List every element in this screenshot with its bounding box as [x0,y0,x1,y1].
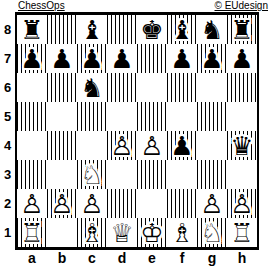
square-b8 [47,15,77,44]
eudesign-credit-link[interactable]: © EUdesign [214,0,268,11]
square-h3 [227,160,257,189]
square-f2 [167,189,197,218]
piece-black-pawn: ♟ [227,44,257,73]
square-c4 [77,131,107,160]
square-c5 [77,102,107,131]
square-f8: ♝ [167,15,197,44]
piece-white-pawn-fill: ♟ [17,189,47,218]
rank-label-8: 8 [0,15,15,44]
square-d6 [107,73,137,102]
piece-white-rook-fill: ♜ [227,218,257,247]
square-c6: ♞ [77,73,107,102]
square-d7: ♟ [107,44,137,73]
piece-black-pawn: ♟ [107,44,137,73]
square-e5 [137,102,167,131]
piece-white-pawn: ♙ [77,189,107,218]
piece-white-pawn-fill: ♟ [77,189,107,218]
piece-black-queen: ♛ [227,131,257,160]
square-g4 [197,131,227,160]
piece-white-rook: ♖ [17,218,47,247]
square-h5 [227,102,257,131]
piece-black-pawn: ♟ [17,44,47,73]
square-c1: ♝♗ [77,218,107,247]
piece-white-rook-fill: ♜ [17,218,47,247]
piece-black-rook: ♜ [227,15,257,44]
piece-white-pawn: ♙ [17,189,47,218]
rank-label-4: 4 [0,131,15,160]
square-c2: ♟♙ [77,189,107,218]
square-a8: ♜ [17,15,47,44]
square-e2 [137,189,167,218]
square-b3 [47,160,77,189]
square-a2: ♟♙ [17,189,47,218]
square-b7: ♟ [47,44,77,73]
rank-label-2: 2 [0,189,15,218]
square-f3 [167,160,197,189]
piece-black-pawn: ♟ [47,44,77,73]
piece-white-queen-fill: ♛ [107,218,137,247]
square-a6 [17,73,47,102]
square-d4: ♟♙ [107,131,137,160]
square-g6 [197,73,227,102]
square-d2 [107,189,137,218]
square-h7: ♟ [227,44,257,73]
square-d3 [107,160,137,189]
piece-white-bishop-fill: ♝ [77,218,107,247]
file-labels: abcdefgh [17,250,270,266]
piece-black-king: ♚ [137,15,167,44]
square-g1: ♞♘ [197,218,227,247]
square-h1: ♜♖ [227,218,257,247]
square-e7 [137,44,167,73]
square-a4 [17,131,47,160]
piece-black-pawn: ♟ [77,44,107,73]
square-d8 [107,15,137,44]
file-label-d: d [107,250,137,266]
piece-white-knight-fill: ♞ [77,160,107,189]
rank-labels: 87654321 [0,15,15,247]
piece-white-pawn: ♙ [227,189,257,218]
piece-white-pawn-fill: ♟ [137,131,167,160]
piece-white-pawn-fill: ♟ [47,189,77,218]
square-c8: ♝ [77,15,107,44]
square-b2: ♟♙ [47,189,77,218]
square-g2: ♟♙ [197,189,227,218]
piece-black-pawn: ♟ [197,44,227,73]
rank-label-5: 5 [0,102,15,131]
square-f1: ♝♗ [167,218,197,247]
chessops-link[interactable]: ChessOps [18,0,65,11]
square-d1: ♛♕ [107,218,137,247]
file-label-g: g [197,250,227,266]
square-e8: ♚ [137,15,167,44]
square-d5 [107,102,137,131]
piece-white-pawn: ♙ [197,189,227,218]
square-h4: ♛ [227,131,257,160]
square-h8: ♜ [227,15,257,44]
piece-white-king-fill: ♚ [137,218,167,247]
header: ChessOps © EUdesign [0,0,270,12]
square-f5 [167,102,197,131]
square-e4: ♟♙ [137,131,167,160]
rank-label-3: 3 [0,160,15,189]
square-a5 [17,102,47,131]
square-a1: ♜♖ [17,218,47,247]
square-h6 [227,73,257,102]
piece-white-pawn-fill: ♟ [107,131,137,160]
square-f4: ♟ [167,131,197,160]
piece-white-pawn-fill: ♟ [227,189,257,218]
piece-white-king: ♔ [137,218,167,247]
rank-label-1: 1 [0,218,15,247]
piece-black-pawn: ♟ [167,131,197,160]
file-label-f: f [167,250,197,266]
file-label-b: b [47,250,77,266]
file-label-a: a [17,250,47,266]
piece-white-pawn: ♙ [107,131,137,160]
rank-label-7: 7 [0,44,15,73]
square-b6 [47,73,77,102]
piece-white-queen: ♕ [107,218,137,247]
square-b1 [47,218,77,247]
square-b4 [47,131,77,160]
piece-white-bishop: ♗ [167,218,197,247]
piece-white-knight: ♘ [197,218,227,247]
piece-white-knight: ♘ [77,160,107,189]
chess-board: ♜♝♚♝♞♜♟♟♟♟♟♟♟♞♟♙♟♙♟♛♞♘♟♙♟♙♟♙♟♙♟♙♜♖♝♗♛♕♚♔… [15,12,259,250]
square-f6 [167,73,197,102]
piece-black-bishop: ♝ [167,15,197,44]
square-e1: ♚♔ [137,218,167,247]
square-h2: ♟♙ [227,189,257,218]
square-c7: ♟ [77,44,107,73]
piece-black-bishop: ♝ [77,15,107,44]
file-label-e: e [137,250,167,266]
piece-black-rook: ♜ [17,15,47,44]
square-a7: ♟ [17,44,47,73]
square-g8: ♞ [197,15,227,44]
piece-white-knight-fill: ♞ [197,218,227,247]
piece-black-knight: ♞ [197,15,227,44]
square-g5 [197,102,227,131]
board-area: 87654321 ♜♝♚♝♞♜♟♟♟♟♟♟♟♞♟♙♟♙♟♛♞♘♟♙♟♙♟♙♟♙♟… [0,12,270,250]
piece-white-rook: ♖ [227,218,257,247]
chessops-diagram: ChessOps © EUdesign 87654321 ♜♝♚♝♞♜♟♟♟♟♟… [0,0,270,270]
square-e3 [137,160,167,189]
piece-white-pawn: ♙ [137,131,167,160]
file-label-h: h [227,250,257,266]
square-c3: ♞♘ [77,160,107,189]
piece-white-pawn: ♙ [47,189,77,218]
square-b5 [47,102,77,131]
square-g7: ♟ [197,44,227,73]
square-f7: ♟ [167,44,197,73]
file-label-c: c [77,250,107,266]
piece-white-pawn-fill: ♟ [197,189,227,218]
piece-black-pawn: ♟ [167,44,197,73]
rank-label-6: 6 [0,73,15,102]
square-g3 [197,160,227,189]
piece-white-bishop-fill: ♝ [167,218,197,247]
square-a3 [17,160,47,189]
square-e6 [137,73,167,102]
piece-white-bishop: ♗ [77,218,107,247]
piece-black-knight: ♞ [77,73,107,102]
